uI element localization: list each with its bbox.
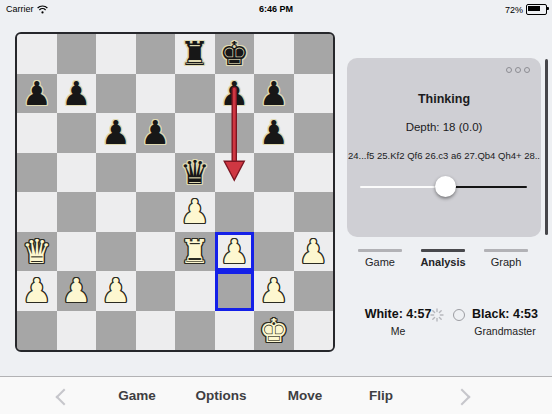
toolbar-options-button[interactable]: Options (176, 377, 266, 414)
square-c6[interactable]: ♟ (96, 113, 136, 153)
white-rook: ♜ (180, 232, 210, 272)
black-time-label: Black: 4:53 (455, 307, 552, 321)
square-d8[interactable] (136, 34, 176, 74)
square-g1[interactable]: ♚ (254, 311, 294, 351)
thinking-spinner-icon (430, 308, 444, 322)
app-screen: Carrier 6:46 PM 72% ♜♚♟♟♟♟♟♟♟♛♟♛♜♟♟♟♟♟♟♚… (0, 0, 552, 414)
white-pawn: ♟ (180, 192, 210, 232)
square-c4[interactable] (96, 192, 136, 232)
tab-game-indicator (358, 249, 402, 252)
tab-game[interactable]: Game (358, 249, 402, 268)
white-pawn: ♟ (259, 271, 289, 311)
square-d5[interactable] (136, 153, 176, 193)
square-d1[interactable] (136, 311, 176, 351)
back-chevron-icon[interactable] (56, 389, 73, 406)
white-queen: ♛ (22, 232, 52, 272)
tab-analysis-indicator (421, 249, 465, 252)
square-g8[interactable] (254, 34, 294, 74)
square-g3[interactable] (254, 232, 294, 272)
square-h7[interactable] (294, 74, 334, 114)
tab-game-label: Game (365, 256, 395, 268)
battery-icon (526, 4, 547, 15)
square-b1[interactable] (57, 311, 97, 351)
square-h6[interactable] (294, 113, 334, 153)
square-g2[interactable]: ♟ (254, 271, 294, 311)
square-b2[interactable]: ♟ (57, 271, 97, 311)
clock-time: 6:46 PM (0, 4, 552, 14)
white-pawn: ♟ (61, 271, 91, 311)
white-pawn: ♟ (22, 271, 52, 311)
black-pawn: ♟ (61, 74, 91, 114)
white-pawn: ♟ (101, 271, 131, 311)
square-d2[interactable] (136, 271, 176, 311)
square-f3[interactable]: ♟ (215, 232, 255, 272)
square-d6[interactable]: ♟ (136, 113, 176, 153)
black-clock: Black: 4:53 Grandmaster (455, 307, 552, 337)
square-b8[interactable] (57, 34, 97, 74)
white-pawn: ♟ (219, 232, 249, 272)
forward-chevron-icon[interactable] (454, 389, 471, 406)
square-g5[interactable] (254, 153, 294, 193)
square-b4[interactable] (57, 192, 97, 232)
tab-analysis[interactable]: Analysis (420, 249, 465, 268)
slider-track-left[interactable] (360, 186, 435, 188)
engine-status-title: Thinking (347, 92, 541, 106)
square-a8[interactable] (17, 34, 57, 74)
square-c5[interactable] (96, 153, 136, 193)
square-f7[interactable]: ♟ (215, 74, 255, 114)
square-c2[interactable]: ♟ (96, 271, 136, 311)
black-pawn: ♟ (259, 74, 289, 114)
square-f6[interactable] (215, 113, 255, 153)
analysis-slider[interactable] (360, 176, 527, 198)
more-options-icon[interactable] (506, 67, 530, 73)
square-d4[interactable] (136, 192, 176, 232)
black-pawn: ♟ (219, 74, 249, 114)
engine-variation-line: 24...f5 25.Kf2 Qf6 26.c3 a6 27.Qb4 Qh4+ … (348, 150, 540, 161)
slider-track-right[interactable] (455, 186, 527, 188)
scroll-indicator (545, 59, 548, 235)
square-c8[interactable] (96, 34, 136, 74)
tab-graph-label: Graph (491, 256, 522, 268)
toolbar-flip-button[interactable]: Flip (336, 377, 426, 414)
square-h1[interactable] (294, 311, 334, 351)
square-b6[interactable] (57, 113, 97, 153)
square-c1[interactable] (96, 311, 136, 351)
black-pawn: ♟ (101, 113, 131, 153)
square-e2[interactable] (175, 271, 215, 311)
square-b5[interactable] (57, 153, 97, 193)
square-a1[interactable] (17, 311, 57, 351)
square-e6[interactable] (175, 113, 215, 153)
square-h3[interactable]: ♟ (294, 232, 334, 272)
white-king: ♚ (259, 311, 289, 351)
square-h5[interactable] (294, 153, 334, 193)
square-c3[interactable] (96, 232, 136, 272)
square-f4[interactable] (215, 192, 255, 232)
square-g4[interactable] (254, 192, 294, 232)
square-g6[interactable]: ♟ (254, 113, 294, 153)
black-pawn: ♟ (259, 113, 289, 153)
analysis-panel: Thinking Depth: 18 (0.0) 24...f5 25.Kf2 … (347, 58, 541, 237)
black-rook: ♜ (180, 34, 210, 74)
square-h4[interactable] (294, 192, 334, 232)
bottom-toolbar: Game Options Move Flip (0, 376, 552, 414)
tab-graph-indicator (484, 249, 528, 252)
black-queen: ♛ (180, 153, 210, 193)
black-pawn: ♟ (22, 74, 52, 114)
square-h8[interactable] (294, 34, 334, 74)
square-e3[interactable]: ♜ (175, 232, 215, 272)
square-b7[interactable]: ♟ (57, 74, 97, 114)
square-h2[interactable] (294, 271, 334, 311)
square-c7[interactable] (96, 74, 136, 114)
square-b3[interactable] (57, 232, 97, 272)
square-e7[interactable] (175, 74, 215, 114)
square-d7[interactable] (136, 74, 176, 114)
battery-percent: 72% (505, 5, 523, 15)
square-f8[interactable]: ♚ (215, 34, 255, 74)
square-e8[interactable]: ♜ (175, 34, 215, 74)
square-d3[interactable] (136, 232, 176, 272)
black-player-name: Grandmaster (455, 325, 552, 337)
tab-graph[interactable]: Graph (484, 249, 528, 268)
square-f1[interactable] (215, 311, 255, 351)
black-pawn: ♟ (140, 113, 170, 153)
square-e1[interactable] (175, 311, 215, 351)
slider-thumb[interactable] (435, 176, 456, 197)
panel-tabs: Game Analysis Graph (358, 249, 528, 268)
square-f2[interactable] (215, 271, 255, 311)
black-king: ♚ (219, 34, 249, 74)
square-e4[interactable]: ♟ (175, 192, 215, 232)
square-a7[interactable]: ♟ (17, 74, 57, 114)
tab-analysis-label: Analysis (420, 256, 465, 268)
white-player-name: Me (348, 325, 448, 337)
square-a2[interactable]: ♟ (17, 271, 57, 311)
square-g7[interactable]: ♟ (254, 74, 294, 114)
white-pawn: ♟ (298, 232, 328, 272)
square-a5[interactable] (17, 153, 57, 193)
engine-depth-label: Depth: 18 (0.0) (347, 121, 541, 133)
toolbar-game-button[interactable]: Game (92, 377, 182, 414)
square-a6[interactable] (17, 113, 57, 153)
square-a3[interactable]: ♛ (17, 232, 57, 272)
square-f5[interactable] (215, 153, 255, 193)
chess-board[interactable]: ♜♚♟♟♟♟♟♟♟♛♟♛♜♟♟♟♟♟♟♚ (15, 32, 335, 352)
status-bar: Carrier 6:46 PM 72% (0, 0, 552, 20)
square-a4[interactable] (17, 192, 57, 232)
square-e5[interactable]: ♛ (175, 153, 215, 193)
